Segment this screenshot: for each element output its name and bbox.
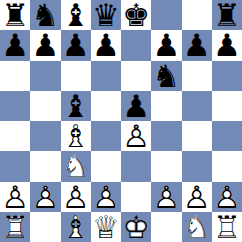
square-d6[interactable] [91,61,121,91]
square-d2[interactable]: ♟♙ [91,182,121,212]
piece-glyph: ♕ [91,212,121,242]
piece-glyph: ♙ [30,182,60,212]
square-g8[interactable] [182,0,212,30]
piece-white-pawn: ♟♙ [30,182,60,212]
piece-glyph: ♘ [182,212,212,242]
piece-glyph: ♔ [121,212,151,242]
square-d4[interactable] [91,121,121,151]
piece-black-queen: ♛ [91,0,121,30]
square-b4[interactable] [30,121,60,151]
piece-glyph: ♙ [61,182,91,212]
square-e4[interactable]: ♟♙ [121,121,151,151]
piece-black-pawn: ♟ [121,91,151,121]
piece-glyph: ♙ [0,182,30,212]
piece-white-pawn: ♟♙ [121,121,151,151]
square-a4[interactable] [0,121,30,151]
piece-glyph: ♞ [30,0,60,30]
square-b3[interactable] [30,151,60,181]
piece-glyph: ♝ [61,0,91,30]
square-e6[interactable] [121,61,151,91]
square-e7[interactable] [121,30,151,60]
square-h7[interactable]: ♟ [212,30,242,60]
piece-glyph: ♟ [151,30,181,60]
square-d3[interactable] [91,151,121,181]
piece-black-pawn: ♟ [151,30,181,60]
square-b8[interactable]: ♞ [30,0,60,30]
piece-white-pawn: ♟♙ [151,182,181,212]
piece-black-rook: ♜ [0,0,30,30]
square-d1[interactable]: ♛♕ [91,212,121,242]
piece-black-rook: ♜ [212,0,242,30]
square-d8[interactable]: ♛ [91,0,121,30]
square-b5[interactable] [30,91,60,121]
square-a5[interactable] [0,91,30,121]
piece-black-knight: ♞ [151,61,181,91]
piece-glyph: ♟ [61,30,91,60]
square-f5[interactable] [151,91,181,121]
square-e3[interactable] [121,151,151,181]
piece-glyph: ♛ [91,0,121,30]
piece-glyph: ♙ [182,182,212,212]
square-h6[interactable] [212,61,242,91]
square-d7[interactable]: ♟ [91,30,121,60]
square-c4[interactable]: ♝♗ [61,121,91,151]
piece-glyph: ♜ [212,0,242,30]
piece-black-pawn: ♟ [0,30,30,60]
piece-glyph: ♟ [182,30,212,60]
piece-white-pawn: ♟♙ [182,182,212,212]
piece-black-knight: ♞ [30,0,60,30]
square-c2[interactable]: ♟♙ [61,182,91,212]
square-h5[interactable] [212,91,242,121]
piece-black-pawn: ♟ [91,30,121,60]
square-b2[interactable]: ♟♙ [30,182,60,212]
chess-board: ♜♞♝♛♚♜♟♟♟♟♟♟♟♞♝♟♝♗♟♙♞♘♟♙♟♙♟♙♟♙♟♙♟♙♟♙♜♖♝♗… [0,0,242,242]
square-f3[interactable] [151,151,181,181]
square-h8[interactable]: ♜ [212,0,242,30]
square-a3[interactable] [0,151,30,181]
piece-white-queen: ♛♕ [91,212,121,242]
piece-glyph: ♟ [212,30,242,60]
square-f2[interactable]: ♟♙ [151,182,181,212]
piece-white-rook: ♜♖ [0,212,30,242]
piece-glyph: ♙ [151,182,181,212]
square-h2[interactable]: ♟♙ [212,182,242,212]
piece-white-pawn: ♟♙ [91,182,121,212]
square-b6[interactable] [30,61,60,91]
piece-glyph: ♟ [91,30,121,60]
square-g1[interactable]: ♞♘ [182,212,212,242]
square-c3[interactable]: ♞♘ [61,151,91,181]
square-c7[interactable]: ♟ [61,30,91,60]
piece-glyph: ♗ [61,121,91,151]
square-a1[interactable]: ♜♖ [0,212,30,242]
square-h3[interactable] [212,151,242,181]
square-e2[interactable] [121,182,151,212]
piece-glyph: ♖ [0,212,30,242]
piece-glyph: ♙ [121,121,151,151]
piece-glyph: ♟ [0,30,30,60]
piece-glyph: ♘ [61,151,91,181]
piece-white-rook: ♜♖ [212,212,242,242]
square-d5[interactable] [91,91,121,121]
square-a6[interactable] [0,61,30,91]
piece-glyph: ♟ [30,30,60,60]
piece-white-bishop: ♝♗ [61,121,91,151]
square-f6[interactable]: ♞ [151,61,181,91]
piece-black-king: ♚ [121,0,151,30]
square-f8[interactable] [151,0,181,30]
square-b7[interactable]: ♟ [30,30,60,60]
piece-black-pawn: ♟ [212,30,242,60]
piece-glyph: ♙ [91,182,121,212]
piece-white-knight: ♞♘ [182,212,212,242]
square-f7[interactable]: ♟ [151,30,181,60]
square-h1[interactable]: ♜♖ [212,212,242,242]
square-g7[interactable]: ♟ [182,30,212,60]
piece-glyph: ♜ [0,0,30,30]
piece-white-bishop: ♝♗ [61,212,91,242]
piece-black-pawn: ♟ [30,30,60,60]
square-a8[interactable]: ♜ [0,0,30,30]
square-c8[interactable]: ♝ [61,0,91,30]
piece-black-pawn: ♟ [61,30,91,60]
piece-white-pawn: ♟♙ [61,182,91,212]
piece-glyph: ♟ [121,91,151,121]
square-f1[interactable] [151,212,181,242]
piece-black-bishop: ♝ [61,0,91,30]
square-a7[interactable]: ♟ [0,30,30,60]
piece-white-knight: ♞♘ [61,151,91,181]
square-e8[interactable]: ♚ [121,0,151,30]
square-c1[interactable]: ♝♗ [61,212,91,242]
piece-black-pawn: ♟ [182,30,212,60]
piece-glyph: ♚ [121,0,151,30]
square-g2[interactable]: ♟♙ [182,182,212,212]
square-f4[interactable] [151,121,181,151]
square-b1[interactable] [30,212,60,242]
square-g4[interactable] [182,121,212,151]
piece-glyph: ♙ [212,182,242,212]
piece-white-pawn: ♟♙ [0,182,30,212]
square-a2[interactable]: ♟♙ [0,182,30,212]
square-c6[interactable] [61,61,91,91]
piece-glyph: ♞ [151,61,181,91]
piece-glyph: ♗ [61,212,91,242]
square-c5[interactable]: ♝ [61,91,91,121]
piece-white-pawn: ♟♙ [212,182,242,212]
square-g3[interactable] [182,151,212,181]
piece-glyph: ♖ [212,212,242,242]
square-h4[interactable] [212,121,242,151]
piece-glyph: ♝ [61,91,91,121]
piece-black-bishop: ♝ [61,91,91,121]
square-e1[interactable]: ♚♔ [121,212,151,242]
square-g5[interactable] [182,91,212,121]
square-g6[interactable] [182,61,212,91]
piece-white-king: ♚♔ [121,212,151,242]
square-e5[interactable]: ♟ [121,91,151,121]
